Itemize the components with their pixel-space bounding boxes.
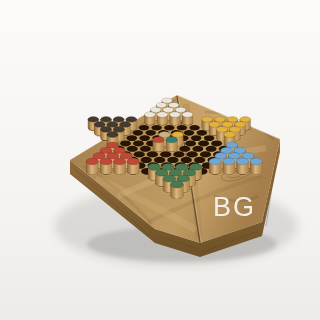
hole[interactable] — [185, 140, 196, 146]
hole[interactable] — [167, 157, 178, 163]
hole[interactable] — [160, 151, 171, 157]
board-scene — [0, 0, 320, 320]
hole[interactable] — [134, 151, 145, 157]
peg-blue[interactable] — [250, 158, 262, 175]
hole[interactable] — [181, 157, 192, 163]
hole[interactable] — [127, 146, 138, 152]
peg-red[interactable] — [100, 158, 112, 174]
hole[interactable] — [189, 125, 199, 131]
peg-green[interactable] — [171, 181, 184, 199]
hole[interactable] — [206, 146, 217, 152]
hole[interactable] — [139, 135, 150, 141]
hole[interactable] — [177, 125, 187, 131]
watermark-text: BG — [213, 192, 256, 223]
hole[interactable] — [133, 140, 144, 146]
peg-white[interactable] — [144, 112, 155, 125]
hole[interactable] — [211, 140, 222, 146]
hole[interactable] — [145, 130, 156, 136]
hole[interactable] — [179, 146, 190, 152]
peg-blue[interactable] — [236, 158, 248, 174]
peg-red[interactable] — [86, 158, 98, 175]
hole[interactable] — [200, 151, 211, 157]
hole[interactable] — [139, 125, 149, 131]
hole[interactable] — [187, 151, 198, 157]
peg-red[interactable] — [127, 158, 139, 174]
peg-white[interactable] — [157, 112, 168, 125]
photo: BG — [0, 0, 320, 320]
peg-blue[interactable] — [209, 158, 221, 174]
hole[interactable] — [133, 130, 144, 136]
hole[interactable] — [147, 151, 158, 157]
hole[interactable] — [120, 140, 131, 146]
hole[interactable] — [191, 135, 202, 141]
hole[interactable] — [126, 135, 137, 141]
hole[interactable] — [151, 125, 161, 131]
hole[interactable] — [198, 140, 209, 146]
hole[interactable] — [184, 130, 195, 136]
hole[interactable] — [192, 146, 203, 152]
peg-white[interactable] — [182, 112, 193, 125]
hole[interactable] — [154, 157, 165, 163]
peg-white[interactable] — [169, 112, 180, 125]
hole[interactable] — [204, 135, 215, 141]
peg-red[interactable] — [114, 158, 126, 175]
hole[interactable] — [164, 125, 174, 131]
peg-blue[interactable] — [223, 158, 235, 175]
peg-red[interactable] — [153, 137, 165, 152]
hole[interactable] — [141, 157, 152, 163]
hole[interactable] — [173, 151, 184, 157]
hole[interactable] — [197, 130, 208, 136]
peg-teal[interactable] — [166, 137, 178, 152]
hole[interactable] — [194, 157, 205, 163]
hole[interactable] — [140, 146, 151, 152]
